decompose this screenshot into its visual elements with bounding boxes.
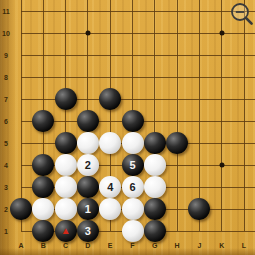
stone-black-B6 <box>32 110 54 132</box>
col-label-B: B <box>41 242 46 249</box>
stone-white-F3: 6 <box>122 176 144 198</box>
stone-black-D6 <box>77 110 99 132</box>
zoom-out-icon[interactable] <box>221 0 255 32</box>
col-label-L: L <box>242 242 246 249</box>
stone-black-C5 <box>55 132 77 154</box>
stone-white-E5 <box>99 132 121 154</box>
col-label-J: J <box>197 242 201 249</box>
stone-black-F6 <box>122 110 144 132</box>
col-label-A: A <box>18 242 23 249</box>
stone-black-D2: 1 <box>77 198 99 220</box>
star-point-D10 <box>85 31 90 36</box>
col-label-C: C <box>63 242 68 249</box>
row-label-4: 4 <box>4 162 8 169</box>
stone-white-C4 <box>55 154 77 176</box>
col-label-E: E <box>108 242 113 249</box>
col-label-K: K <box>219 242 224 249</box>
stone-black-D1: 3 <box>77 220 99 242</box>
stone-black-F4: 5 <box>122 154 144 176</box>
row-label-11: 11 <box>2 8 9 15</box>
stone-black-A2 <box>10 198 32 220</box>
row-label-7: 7 <box>4 96 8 103</box>
stone-black-G2 <box>144 198 166 220</box>
stone-black-B4 <box>32 154 54 176</box>
row-label-3: 3 <box>4 184 8 191</box>
row-label-8: 8 <box>4 74 8 81</box>
stone-white-F1 <box>122 220 144 242</box>
stone-white-B2 <box>32 198 54 220</box>
col-label-D: D <box>85 242 90 249</box>
stone-black-H5 <box>166 132 188 154</box>
stone-black-G1 <box>144 220 166 242</box>
stone-white-F5 <box>122 132 144 154</box>
stone-black-B3 <box>32 176 54 198</box>
stone-white-C2 <box>55 198 77 220</box>
stone-black-C7 <box>55 88 77 110</box>
stone-black-B1 <box>32 220 54 242</box>
stone-white-G4 <box>144 154 166 176</box>
stone-black-E7 <box>99 88 121 110</box>
col-label-F: F <box>130 242 134 249</box>
stone-white-G3 <box>144 176 166 198</box>
stone-black-J2 <box>188 198 210 220</box>
stone-white-D4: 2 <box>77 154 99 176</box>
row-label-9: 9 <box>4 52 8 59</box>
stone-white-E3: 4 <box>99 176 121 198</box>
col-label-G: G <box>152 242 157 249</box>
row-label-2: 2 <box>4 206 8 213</box>
col-label-H: H <box>175 242 180 249</box>
stone-white-D5 <box>77 132 99 154</box>
row-label-6: 6 <box>4 118 8 125</box>
star-point-K4 <box>219 163 224 168</box>
stone-white-F2 <box>122 198 144 220</box>
stone-white-C3 <box>55 176 77 198</box>
go-board-screen: 1110987654321ABCDEFGHJKL25461▲3 <box>0 0 255 255</box>
stone-white-E2 <box>99 198 121 220</box>
stone-black-D3 <box>77 176 99 198</box>
stone-black-G5 <box>144 132 166 154</box>
red-triangle-mark: ▲ <box>61 226 71 236</box>
row-label-1: 1 <box>4 228 8 235</box>
row-label-10: 10 <box>2 30 10 37</box>
row-label-5: 5 <box>4 140 8 147</box>
stone-black-C1: ▲ <box>55 220 77 242</box>
